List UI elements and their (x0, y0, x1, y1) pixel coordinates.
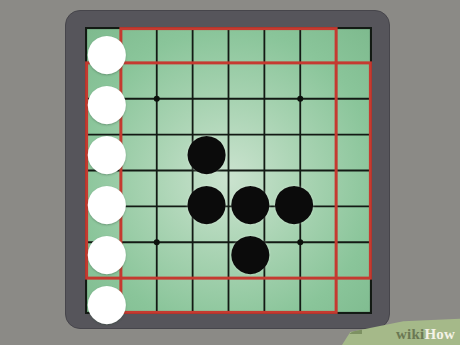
cell-h6[interactable] (344, 227, 372, 277)
watermark-how-text: How (424, 326, 455, 343)
cell-f5[interactable]: ● (272, 177, 316, 227)
cell-e3[interactable] (229, 77, 273, 127)
white-disc: ● (85, 126, 129, 176)
cell-h7[interactable] (344, 277, 372, 327)
cell-f4[interactable] (272, 127, 316, 177)
white-disc: ● (85, 76, 129, 126)
cell-c5[interactable] (157, 177, 185, 227)
cell-g5[interactable] (316, 177, 344, 227)
cell-d4[interactable]: ● (185, 127, 229, 177)
cell-e1[interactable] (229, 27, 273, 77)
cell-g6[interactable] (316, 227, 344, 277)
cell-e5[interactable]: ● (229, 177, 273, 227)
cell-c1[interactable] (157, 27, 185, 77)
cell-a7[interactable]: ● (85, 277, 129, 327)
black-disc: ● (229, 176, 273, 226)
cell-b5[interactable] (129, 177, 157, 227)
cell-h1[interactable] (344, 27, 372, 77)
cell-g4[interactable] (316, 127, 344, 177)
illustration-canvas: ●●●●●●●●●●● wikiHow (0, 0, 460, 345)
cell-f3[interactable] (272, 77, 316, 127)
cell-d7[interactable] (185, 277, 229, 327)
cell-g3[interactable] (316, 77, 344, 127)
cell-h5[interactable] (344, 177, 372, 227)
cell-e7[interactable] (229, 277, 273, 327)
cell-b1[interactable] (129, 27, 157, 77)
black-disc: ● (185, 126, 229, 176)
cell-f1[interactable] (272, 27, 316, 77)
cell-a1[interactable]: ● (85, 27, 129, 77)
cell-d3[interactable] (185, 77, 229, 127)
white-disc: ● (85, 276, 129, 326)
cell-h4[interactable] (344, 127, 372, 177)
cell-e4[interactable] (229, 127, 273, 177)
watermark-wiki-text: wiki (396, 326, 424, 343)
cell-g7[interactable] (316, 277, 344, 327)
cell-a5[interactable]: ● (85, 177, 129, 227)
cell-c6[interactable] (157, 227, 185, 277)
cell-b3[interactable] (129, 77, 157, 127)
black-disc: ● (185, 176, 229, 226)
cell-c3[interactable] (157, 77, 185, 127)
cell-f7[interactable] (272, 277, 316, 327)
cell-g1[interactable] (316, 27, 344, 77)
cell-b6[interactable] (129, 227, 157, 277)
cell-e6[interactable]: ● (229, 227, 273, 277)
white-disc: ● (85, 176, 129, 226)
cell-c7[interactable] (157, 277, 185, 327)
white-disc: ● (85, 226, 129, 276)
board-frame: ●●●●●●●●●●● (65, 10, 390, 329)
black-disc: ● (229, 226, 273, 276)
othello-board: ●●●●●●●●●●● (85, 27, 372, 314)
cell-d5[interactable]: ● (185, 177, 229, 227)
cell-a3[interactable]: ● (85, 77, 129, 127)
cell-c4[interactable] (157, 127, 185, 177)
cell-d6[interactable] (185, 227, 229, 277)
white-disc: ● (85, 26, 129, 76)
cell-a6[interactable]: ● (85, 227, 129, 277)
black-disc: ● (272, 176, 316, 226)
cell-f6[interactable] (272, 227, 316, 277)
cell-h3[interactable] (344, 77, 372, 127)
cell-d1[interactable] (185, 27, 229, 77)
cell-b7[interactable] (129, 277, 157, 327)
cell-a4[interactable]: ● (85, 127, 129, 177)
board-cells: ●●●●●●●●●●● (85, 27, 372, 314)
cell-b4[interactable] (129, 127, 157, 177)
